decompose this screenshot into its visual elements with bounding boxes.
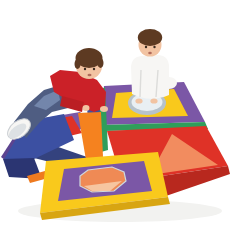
boy-hair-side-right [98, 58, 104, 68]
boy-hand-left [83, 105, 90, 111]
boy-hair-side-left [75, 59, 81, 69]
girl-hand-right [150, 98, 157, 103]
boy-eye-right [93, 68, 95, 70]
boy-mouth [88, 74, 92, 76]
girl-hand-left [135, 98, 142, 103]
boy-eye-left [84, 68, 86, 70]
girl-eye-right [153, 46, 155, 48]
girl-shirt [131, 55, 169, 99]
girl-mouth [148, 52, 152, 55]
product-photo [0, 0, 240, 240]
boy-hand-right [100, 106, 108, 112]
girl-hair [138, 29, 162, 46]
girl-eye-left [145, 46, 147, 48]
soft-play-climber-scene [0, 0, 240, 240]
